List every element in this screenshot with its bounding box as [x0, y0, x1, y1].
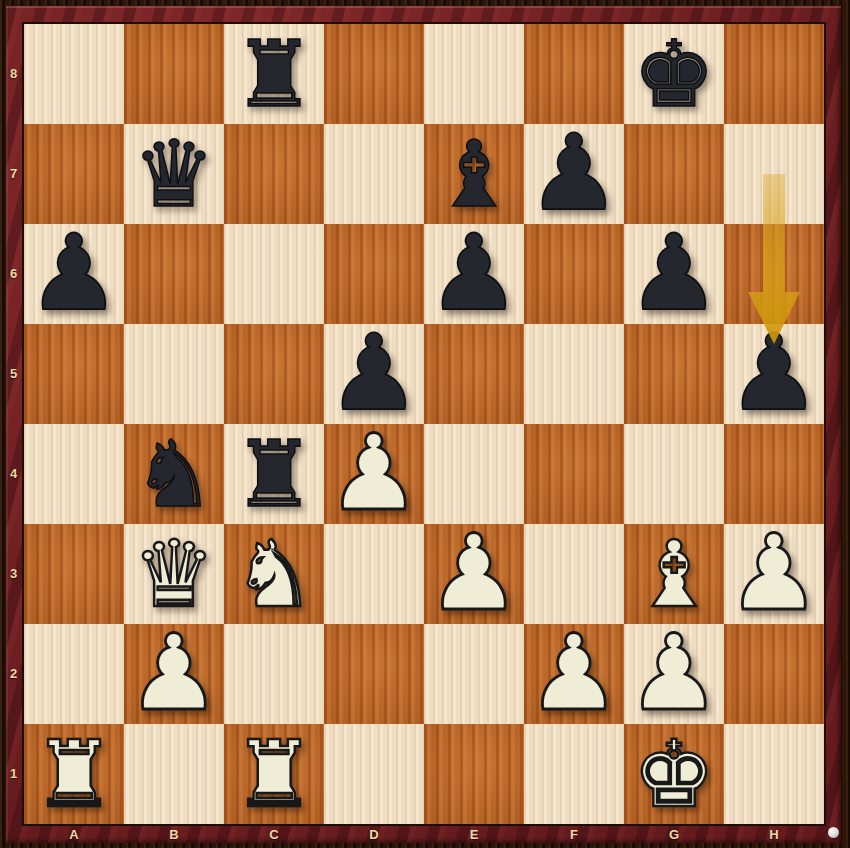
file-label-D: D — [324, 826, 424, 843]
piece-black-bishop-e7[interactable]: ♝ — [424, 124, 524, 224]
rank-label-5: 5 — [5, 324, 22, 424]
square-c1[interactable]: ♜ — [224, 724, 324, 824]
square-e3[interactable]: ♟ — [424, 524, 524, 624]
file-label-H: H — [724, 826, 824, 843]
square-b1[interactable] — [124, 724, 224, 824]
square-b4[interactable]: ♞ — [124, 424, 224, 524]
square-c7[interactable] — [224, 124, 324, 224]
square-e5[interactable] — [424, 324, 524, 424]
piece-white-pawn-g2[interactable]: ♟ — [617, 616, 731, 730]
square-g8[interactable]: ♚ — [624, 24, 724, 124]
square-b7[interactable]: ♛ — [124, 124, 224, 224]
square-a5[interactable] — [24, 324, 124, 424]
square-g3[interactable]: ♝ — [624, 524, 724, 624]
piece-white-bishop-g3[interactable]: ♝ — [624, 524, 724, 624]
square-f1[interactable] — [524, 724, 624, 824]
piece-white-pawn-f2[interactable]: ♟ — [517, 616, 631, 730]
white-to-move-indicator-ball — [828, 827, 839, 838]
piece-black-knight-b4[interactable]: ♞ — [124, 424, 224, 524]
square-d3[interactable] — [324, 524, 424, 624]
file-label-A: A — [24, 826, 124, 843]
piece-white-pawn-h3[interactable]: ♟ — [717, 516, 831, 630]
square-c6[interactable] — [224, 224, 324, 324]
square-c2[interactable] — [224, 624, 324, 724]
square-d6[interactable] — [324, 224, 424, 324]
square-g6[interactable]: ♟ — [624, 224, 724, 324]
square-b2[interactable]: ♟ — [124, 624, 224, 724]
square-g7[interactable] — [624, 124, 724, 224]
square-e8[interactable] — [424, 24, 524, 124]
piece-white-king-g1[interactable]: ♚ — [624, 724, 724, 824]
square-d8[interactable] — [324, 24, 424, 124]
square-g5[interactable] — [624, 324, 724, 424]
square-f2[interactable]: ♟ — [524, 624, 624, 724]
square-h4[interactable] — [724, 424, 824, 524]
piece-white-rook-a1[interactable]: ♜ — [24, 724, 124, 824]
square-f4[interactable] — [524, 424, 624, 524]
piece-black-pawn-a6[interactable]: ♟ — [17, 216, 131, 330]
piece-black-queen-b7[interactable]: ♛ — [124, 124, 224, 224]
file-label-G: G — [624, 826, 724, 843]
square-h1[interactable] — [724, 724, 824, 824]
square-b3[interactable]: ♛ — [124, 524, 224, 624]
square-h7[interactable] — [724, 124, 824, 224]
square-b8[interactable] — [124, 24, 224, 124]
square-d1[interactable] — [324, 724, 424, 824]
square-d4[interactable]: ♟ — [324, 424, 424, 524]
square-a3[interactable] — [24, 524, 124, 624]
chess-app-window: ♜♚♛♝♟♟♟♟♟♟♞♜♟♛♞♟♝♟♟♟♟♜♜♚ 87654321 ABCDEF… — [0, 0, 850, 848]
piece-white-pawn-d4[interactable]: ♟ — [317, 416, 431, 530]
square-h8[interactable] — [724, 24, 824, 124]
square-d2[interactable] — [324, 624, 424, 724]
square-h6[interactable] — [724, 224, 824, 324]
square-a6[interactable]: ♟ — [24, 224, 124, 324]
square-c5[interactable] — [224, 324, 324, 424]
square-f3[interactable] — [524, 524, 624, 624]
file-label-B: B — [124, 826, 224, 843]
piece-black-pawn-g6[interactable]: ♟ — [617, 216, 731, 330]
piece-white-rook-c1[interactable]: ♜ — [224, 724, 324, 824]
piece-black-rook-c4[interactable]: ♜ — [224, 424, 324, 524]
rank-label-2: 2 — [5, 624, 22, 724]
piece-black-pawn-h5[interactable]: ♟ — [717, 316, 831, 430]
piece-white-pawn-b2[interactable]: ♟ — [117, 616, 231, 730]
rank-label-6: 6 — [5, 224, 22, 324]
square-e1[interactable] — [424, 724, 524, 824]
rank-label-1: 1 — [5, 724, 22, 824]
square-g1[interactable]: ♚ — [624, 724, 724, 824]
piece-white-knight-c3[interactable]: ♞ — [224, 524, 324, 624]
square-f6[interactable] — [524, 224, 624, 324]
square-h5[interactable]: ♟ — [724, 324, 824, 424]
square-h2[interactable] — [724, 624, 824, 724]
square-g2[interactable]: ♟ — [624, 624, 724, 724]
file-label-F: F — [524, 826, 624, 843]
square-e2[interactable] — [424, 624, 524, 724]
file-label-E: E — [424, 826, 524, 843]
square-e6[interactable]: ♟ — [424, 224, 524, 324]
piece-black-rook-c8[interactable]: ♜ — [224, 24, 324, 124]
square-a4[interactable] — [24, 424, 124, 524]
square-e4[interactable] — [424, 424, 524, 524]
square-h3[interactable]: ♟ — [724, 524, 824, 624]
square-f5[interactable] — [524, 324, 624, 424]
square-d5[interactable]: ♟ — [324, 324, 424, 424]
square-b6[interactable] — [124, 224, 224, 324]
piece-white-pawn-e3[interactable]: ♟ — [417, 516, 531, 630]
square-a8[interactable] — [24, 24, 124, 124]
square-b5[interactable] — [124, 324, 224, 424]
rank-label-7: 7 — [5, 124, 22, 224]
rank-label-8: 8 — [5, 24, 22, 124]
square-c3[interactable]: ♞ — [224, 524, 324, 624]
piece-black-pawn-e6[interactable]: ♟ — [417, 216, 531, 330]
piece-white-queen-b3[interactable]: ♛ — [124, 524, 224, 624]
square-d7[interactable] — [324, 124, 424, 224]
square-f7[interactable]: ♟ — [524, 124, 624, 224]
piece-black-king-g8[interactable]: ♚ — [624, 24, 724, 124]
rank-label-3: 3 — [5, 524, 22, 624]
chess-board[interactable]: ♜♚♛♝♟♟♟♟♟♟♞♜♟♛♞♟♝♟♟♟♟♜♜♚ — [22, 22, 826, 826]
square-a7[interactable] — [24, 124, 124, 224]
rank-label-4: 4 — [5, 424, 22, 524]
piece-black-pawn-f7[interactable]: ♟ — [517, 116, 631, 230]
square-f8[interactable] — [524, 24, 624, 124]
square-c4[interactable]: ♜ — [224, 424, 324, 524]
square-e7[interactable]: ♝ — [424, 124, 524, 224]
square-a1[interactable]: ♜ — [24, 724, 124, 824]
square-a2[interactable] — [24, 624, 124, 724]
square-c8[interactable]: ♜ — [224, 24, 324, 124]
file-label-C: C — [224, 826, 324, 843]
square-g4[interactable] — [624, 424, 724, 524]
